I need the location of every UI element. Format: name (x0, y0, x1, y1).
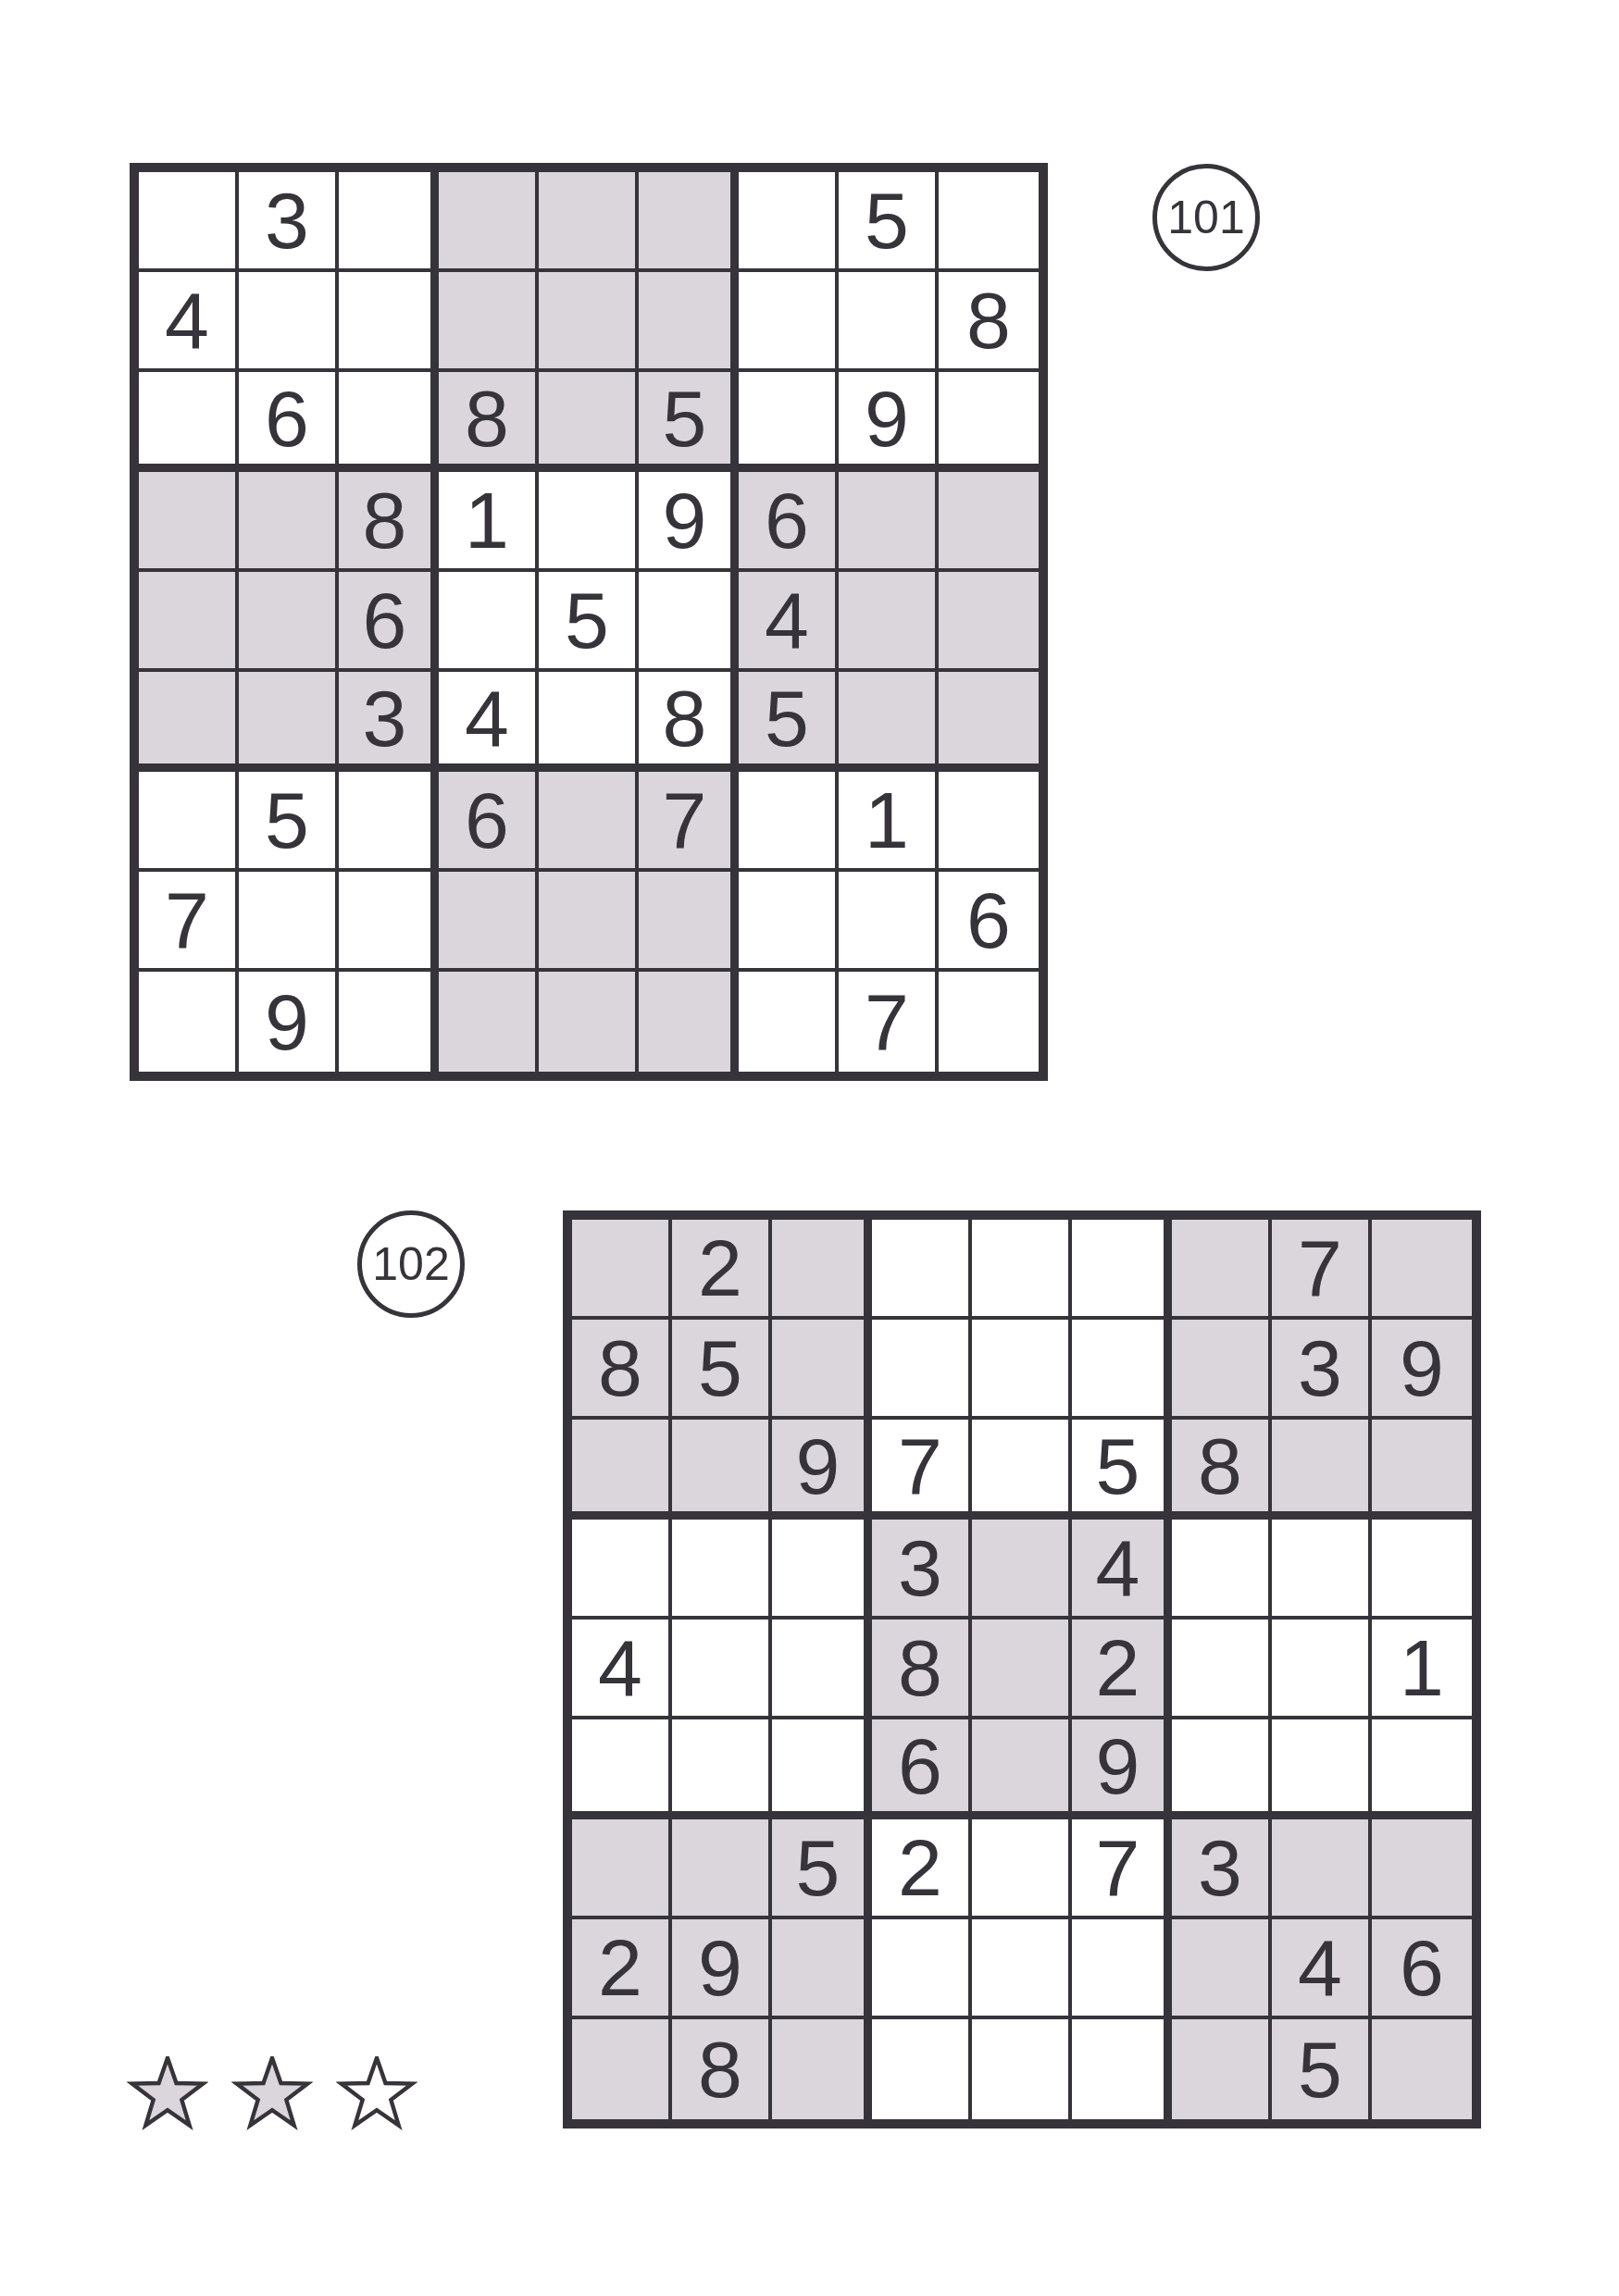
cell-r3c1[interactable] (139, 372, 239, 472)
cell-r1c1[interactable] (139, 172, 239, 272)
cell-r8c3[interactable] (339, 872, 439, 972)
cell-r1c5[interactable] (539, 172, 639, 272)
cell-r8c7[interactable] (739, 872, 839, 972)
cell-r2c1[interactable]: 4 (139, 272, 239, 372)
cell-r7c6[interactable]: 7 (1072, 1819, 1172, 1919)
cell-r2c1[interactable]: 8 (572, 1320, 672, 1420)
cell-r8c4[interactable] (872, 1919, 972, 2019)
cell-r6c3[interactable] (772, 1719, 872, 1819)
cell-r8c4[interactable] (439, 872, 539, 972)
cell-r4c8[interactable] (1272, 1520, 1372, 1620)
cell-r8c6[interactable] (639, 872, 739, 972)
cell-r1c4[interactable] (872, 1220, 972, 1320)
cell-r9c7[interactable] (1172, 2019, 1272, 2119)
cell-r2c9[interactable]: 9 (1372, 1320, 1472, 1420)
cell-r5c7[interactable] (1172, 1620, 1272, 1719)
cell-r9c4[interactable] (872, 2019, 972, 2119)
cell-r4c8[interactable] (839, 472, 939, 572)
cell-r8c9[interactable]: 6 (1372, 1919, 1472, 2019)
cell-r7c5[interactable] (972, 1819, 1072, 1919)
sudoku-board-101: 354868598196654348556717697 (130, 163, 1048, 1081)
cell-r8c3[interactable] (772, 1919, 872, 2019)
cell-r7c4[interactable]: 2 (872, 1819, 972, 1919)
cell-r8c2[interactable]: 9 (672, 1919, 772, 2019)
cell-r3c9[interactable] (1372, 1420, 1472, 1520)
cell-r5c4[interactable] (439, 572, 539, 672)
cell-r8c5[interactable] (972, 1919, 1072, 2019)
cell-r6c8[interactable] (839, 672, 939, 772)
cell-r8c6[interactable] (1072, 1919, 1172, 2019)
cell-r2c3[interactable] (339, 272, 439, 372)
cell-r8c2[interactable] (239, 872, 339, 972)
cell-r6c7[interactable]: 5 (739, 672, 839, 772)
cell-r2c5[interactable] (539, 272, 639, 372)
cell-r6c3[interactable]: 3 (339, 672, 439, 772)
puzzle-page: 354868598196654348556717697 101 102 2785… (0, 0, 1619, 2296)
cell-r7c9[interactable] (1372, 1819, 1472, 1919)
cell-r3c6[interactable]: 5 (1072, 1420, 1172, 1520)
cell-r4c1[interactable] (572, 1520, 672, 1620)
cell-r7c3[interactable] (339, 772, 439, 872)
cell-r2c7[interactable] (1172, 1320, 1272, 1420)
cell-r8c8[interactable]: 4 (1272, 1919, 1372, 2019)
star-icon (336, 2056, 417, 2134)
cell-r7c7[interactable]: 3 (1172, 1819, 1272, 1919)
cell-r1c6[interactable] (639, 172, 739, 272)
cell-r1c7[interactable] (1172, 1220, 1272, 1320)
cell-r2c8[interactable]: 3 (1272, 1320, 1372, 1420)
cell-r5c6[interactable] (639, 572, 739, 672)
cell-r4c6[interactable]: 4 (1072, 1520, 1172, 1620)
cell-r5c2[interactable] (239, 572, 339, 672)
puzzle-number-102: 102 (372, 1237, 449, 1291)
cell-r5c1[interactable] (139, 572, 239, 672)
cell-r5c7[interactable]: 4 (739, 572, 839, 672)
cell-r1c3[interactable] (772, 1220, 872, 1320)
cell-r3c9[interactable] (939, 372, 1039, 472)
cell-r1c6[interactable] (1072, 1220, 1172, 1320)
cell-r4c7[interactable]: 6 (739, 472, 839, 572)
cell-r8c1[interactable]: 7 (139, 872, 239, 972)
cell-r1c1[interactable] (572, 1220, 672, 1320)
star-icon (231, 2056, 313, 2134)
cell-r5c3[interactable]: 6 (339, 572, 439, 672)
puzzle-number-badge-102: 102 (357, 1210, 465, 1318)
cell-r1c9[interactable] (939, 172, 1039, 272)
cell-r4c5[interactable] (972, 1520, 1072, 1620)
cell-r5c3[interactable] (772, 1620, 872, 1719)
cell-r8c5[interactable] (539, 872, 639, 972)
cell-r5c2[interactable] (672, 1620, 772, 1719)
cell-r6c6[interactable]: 8 (639, 672, 739, 772)
cell-r6c8[interactable] (1272, 1719, 1372, 1819)
cell-r1c2[interactable]: 3 (239, 172, 339, 272)
cell-r2c6[interactable] (1072, 1320, 1172, 1420)
cell-r8c8[interactable] (839, 872, 939, 972)
cell-r2c8[interactable] (839, 272, 939, 372)
cell-r3c8[interactable]: 9 (839, 372, 939, 472)
cell-r7c8[interactable] (1272, 1819, 1372, 1919)
cell-r4c2[interactable] (672, 1520, 772, 1620)
cell-r6c6[interactable]: 9 (1072, 1719, 1172, 1819)
cell-r5c4[interactable]: 8 (872, 1620, 972, 1719)
cell-r9c9[interactable] (939, 972, 1039, 1072)
cell-r3c7[interactable]: 8 (1172, 1420, 1272, 1520)
cell-r6c2[interactable] (672, 1719, 772, 1819)
cell-r2c2[interactable] (239, 272, 339, 372)
cell-r1c9[interactable] (1372, 1220, 1472, 1320)
cell-r2c2[interactable]: 5 (672, 1320, 772, 1420)
cell-r1c2[interactable]: 2 (672, 1220, 772, 1320)
cell-r7c5[interactable] (539, 772, 639, 872)
cell-r7c8[interactable]: 1 (839, 772, 939, 872)
cell-r6c4[interactable]: 6 (872, 1719, 972, 1819)
cell-r1c8[interactable]: 7 (1272, 1220, 1372, 1320)
cell-r4c7[interactable] (1172, 1520, 1272, 1620)
cell-r9c2[interactable]: 9 (239, 972, 339, 1072)
cell-r6c5[interactable] (539, 672, 639, 772)
cell-r5c1[interactable]: 4 (572, 1620, 672, 1719)
cell-r6c2[interactable] (239, 672, 339, 772)
cell-r3c4[interactable]: 7 (872, 1420, 972, 1520)
cell-r7c2[interactable]: 5 (239, 772, 339, 872)
cell-r2c4[interactable] (439, 272, 539, 372)
cell-r9c6[interactable] (639, 972, 739, 1072)
cell-r8c1[interactable]: 2 (572, 1919, 672, 2019)
star-icon (127, 2056, 208, 2134)
cell-r4c9[interactable] (1372, 1520, 1472, 1620)
cell-r4c1[interactable] (139, 472, 239, 572)
cell-r9c2[interactable]: 8 (672, 2019, 772, 2119)
cell-r9c3[interactable] (772, 2019, 872, 2119)
cell-r4c3[interactable] (772, 1520, 872, 1620)
cell-r5c8[interactable] (839, 572, 939, 672)
cell-r3c3[interactable] (339, 372, 439, 472)
cell-r2c7[interactable] (739, 272, 839, 372)
cell-r6c5[interactable] (972, 1719, 1072, 1819)
cell-r2c4[interactable] (872, 1320, 972, 1420)
puzzle-number-101: 101 (1167, 191, 1244, 244)
cell-r7c1[interactable] (139, 772, 239, 872)
cell-r2c3[interactable] (772, 1320, 872, 1420)
cell-r3c5[interactable] (539, 372, 639, 472)
cell-r7c6[interactable]: 7 (639, 772, 739, 872)
cell-r4c4[interactable]: 3 (872, 1520, 972, 1620)
cell-r6c9[interactable] (1372, 1719, 1472, 1819)
cell-r5c9[interactable] (939, 572, 1039, 672)
cell-r6c4[interactable]: 4 (439, 672, 539, 772)
cell-r1c5[interactable] (972, 1220, 1072, 1320)
cell-r1c4[interactable] (439, 172, 539, 272)
puzzle-number-badge-101: 101 (1152, 164, 1260, 271)
cell-r5c8[interactable] (1272, 1620, 1372, 1719)
sudoku-board-102: 2785399758344821695273294685 (563, 1210, 1481, 2128)
difficulty-rating (127, 2056, 417, 2134)
cell-r7c7[interactable] (739, 772, 839, 872)
cell-r3c4[interactable]: 8 (439, 372, 539, 472)
cell-r9c5[interactable] (972, 2019, 1072, 2119)
cell-r6c7[interactable] (1172, 1719, 1272, 1819)
cell-r6c1[interactable] (139, 672, 239, 772)
cell-r9c1[interactable] (139, 972, 239, 1072)
cell-r3c8[interactable] (1272, 1420, 1372, 1520)
cell-r5c5[interactable] (972, 1620, 1072, 1719)
cell-r4c4[interactable]: 1 (439, 472, 539, 572)
cell-r4c3[interactable]: 8 (339, 472, 439, 572)
cell-r4c5[interactable] (539, 472, 639, 572)
cell-r9c7[interactable] (739, 972, 839, 1072)
cell-r2c6[interactable] (639, 272, 739, 372)
cell-r5c9[interactable]: 1 (1372, 1620, 1472, 1719)
cell-r6c9[interactable] (939, 672, 1039, 772)
cell-r1c3[interactable] (339, 172, 439, 272)
cell-r1c7[interactable] (739, 172, 839, 272)
cell-r3c1[interactable] (572, 1420, 672, 1520)
cell-r3c7[interactable] (739, 372, 839, 472)
cell-r7c9[interactable] (939, 772, 1039, 872)
cell-r7c1[interactable] (572, 1819, 672, 1919)
cell-r6c1[interactable] (572, 1719, 672, 1819)
cell-r7c3[interactable]: 5 (772, 1819, 872, 1919)
cell-r1c8[interactable]: 5 (839, 172, 939, 272)
cell-r9c3[interactable] (339, 972, 439, 1072)
cell-r2c5[interactable] (972, 1320, 1072, 1420)
cell-r7c4[interactable]: 6 (439, 772, 539, 872)
cell-r5c6[interactable]: 2 (1072, 1620, 1172, 1719)
cell-r3c2[interactable] (672, 1420, 772, 1520)
cell-r4c6[interactable]: 9 (639, 472, 739, 572)
cell-r3c2[interactable]: 6 (239, 372, 339, 472)
cell-r9c6[interactable] (1072, 2019, 1172, 2119)
cell-r3c3[interactable]: 9 (772, 1420, 872, 1520)
cell-r5c5[interactable]: 5 (539, 572, 639, 672)
cell-r9c8[interactable]: 7 (839, 972, 939, 1072)
cell-r9c1[interactable] (572, 2019, 672, 2119)
cell-r9c8[interactable]: 5 (1272, 2019, 1372, 2119)
cell-r7c2[interactable] (672, 1819, 772, 1919)
cell-r2c9[interactable]: 8 (939, 272, 1039, 372)
cell-r4c9[interactable] (939, 472, 1039, 572)
cell-r8c7[interactable] (1172, 1919, 1272, 2019)
cell-r4c2[interactable] (239, 472, 339, 572)
cell-r3c6[interactable]: 5 (639, 372, 739, 472)
cell-r8c9[interactable]: 6 (939, 872, 1039, 972)
cell-r9c5[interactable] (539, 972, 639, 1072)
cell-r3c5[interactable] (972, 1420, 1072, 1520)
cell-r9c4[interactable] (439, 972, 539, 1072)
cell-r9c9[interactable] (1372, 2019, 1472, 2119)
